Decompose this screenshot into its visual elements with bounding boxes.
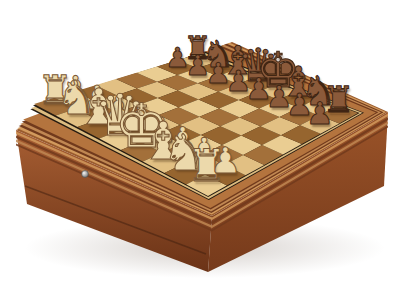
pieces-layer: ♜♞♝♛♚♝♞♜♟♟♟♟♟♟♟♟♟♟♟♟♟♟♟♟♜♞♝♛♚♝♞♜: [0, 0, 400, 281]
piece-black-pawn-h7[interactable]: ♟: [306, 98, 334, 129]
piece-white-rook-h1[interactable]: ♜: [187, 145, 227, 190]
chess-set-photo: ♜♞♝♛♚♝♞♜♟♟♟♟♟♟♟♟♟♟♟♟♟♟♟♟♜♞♝♛♚♝♞♜: [0, 0, 400, 281]
